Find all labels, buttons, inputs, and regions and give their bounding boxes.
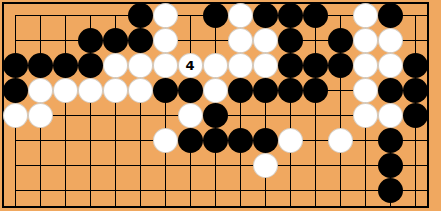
- black-stone: [203, 103, 228, 128]
- black-stone: [3, 53, 28, 78]
- white-stone: [278, 128, 303, 153]
- white-stone: [203, 53, 228, 78]
- black-stone: [128, 3, 153, 28]
- go-diagram: 4: [0, 0, 441, 211]
- black-stone: [178, 128, 203, 153]
- black-stone: [128, 28, 153, 53]
- white-stone: [203, 78, 228, 103]
- black-stone: [303, 53, 328, 78]
- white-stone: [128, 53, 153, 78]
- black-stone: [53, 53, 78, 78]
- white-stone: [378, 53, 403, 78]
- black-stone: [278, 78, 303, 103]
- white-stone: [153, 3, 178, 28]
- white-stone: [253, 153, 278, 178]
- white-stone-marked-4: 4: [178, 53, 203, 78]
- black-stone: [103, 28, 128, 53]
- white-stone: [28, 103, 53, 128]
- white-stone: [78, 78, 103, 103]
- black-stone: [253, 78, 278, 103]
- white-stone: [103, 53, 128, 78]
- black-stone: [3, 78, 28, 103]
- white-stone: [103, 78, 128, 103]
- black-stone: [228, 78, 253, 103]
- white-stone: [228, 28, 253, 53]
- go-board: 4: [0, 0, 441, 211]
- white-stone: [253, 28, 278, 53]
- white-stone: [353, 3, 378, 28]
- black-stone: [228, 128, 253, 153]
- black-stone: [378, 178, 403, 203]
- black-stone: [378, 128, 403, 153]
- black-stone: [253, 128, 278, 153]
- white-stone: [178, 103, 203, 128]
- black-stone: [278, 53, 303, 78]
- black-stone: [253, 3, 278, 28]
- black-stone: [403, 53, 428, 78]
- white-stone: [128, 78, 153, 103]
- black-stone: [78, 28, 103, 53]
- white-stone: [353, 78, 378, 103]
- white-stone: [53, 78, 78, 103]
- black-stone: [78, 53, 103, 78]
- white-stone: [353, 103, 378, 128]
- grid-line-horizontal: [15, 165, 427, 166]
- white-stone: [353, 28, 378, 53]
- black-stone: [403, 78, 428, 103]
- white-stone: [378, 28, 403, 53]
- black-stone: [378, 153, 403, 178]
- black-stone: [178, 78, 203, 103]
- black-stone: [403, 103, 428, 128]
- grid-line-horizontal: [15, 190, 427, 191]
- black-stone: [203, 128, 228, 153]
- black-stone: [278, 28, 303, 53]
- white-stone: [3, 103, 28, 128]
- black-stone: [378, 78, 403, 103]
- black-stone: [303, 3, 328, 28]
- black-stone: [328, 28, 353, 53]
- black-stone: [328, 53, 353, 78]
- grid-line-vertical: [65, 15, 66, 206]
- white-stone: [153, 28, 178, 53]
- white-stone: [378, 103, 403, 128]
- black-stone: [153, 78, 178, 103]
- white-stone: [228, 53, 253, 78]
- black-stone: [378, 3, 403, 28]
- white-stone: [153, 53, 178, 78]
- black-stone: [203, 3, 228, 28]
- move-number-label: 4: [185, 59, 194, 72]
- white-stone: [253, 53, 278, 78]
- white-stone: [328, 128, 353, 153]
- white-stone: [28, 78, 53, 103]
- black-stone: [278, 3, 303, 28]
- black-stone: [303, 78, 328, 103]
- black-stone: [28, 53, 53, 78]
- white-stone: [153, 128, 178, 153]
- white-stone: [353, 53, 378, 78]
- grid-line-vertical: [315, 15, 316, 206]
- white-stone: [228, 3, 253, 28]
